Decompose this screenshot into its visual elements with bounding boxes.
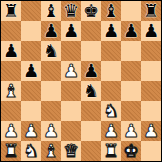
piece-white-rook[interactable]: ♜ xyxy=(103,141,119,161)
square-h6[interactable] xyxy=(141,41,161,61)
piece-white-pawn[interactable]: ♟ xyxy=(143,121,159,141)
square-a8[interactable]: ♜ xyxy=(1,1,21,21)
square-e7[interactable] xyxy=(81,21,101,41)
square-g8[interactable] xyxy=(121,1,141,21)
square-b3[interactable] xyxy=(21,101,41,121)
square-d5[interactable]: ♟ xyxy=(61,61,81,81)
square-c3[interactable] xyxy=(41,101,61,121)
piece-black-pawn[interactable]: ♟ xyxy=(123,21,139,41)
piece-black-pawn[interactable]: ♟ xyxy=(3,41,19,61)
square-b8[interactable] xyxy=(21,1,41,21)
square-a5[interactable] xyxy=(1,61,21,81)
square-c7[interactable]: ♟ xyxy=(41,21,61,41)
piece-white-king[interactable]: ♚ xyxy=(123,141,139,161)
square-g3[interactable] xyxy=(121,101,141,121)
square-d6[interactable] xyxy=(61,41,81,61)
square-f1[interactable]: ♜ xyxy=(101,141,121,161)
piece-black-pawn[interactable]: ♟ xyxy=(43,21,59,41)
square-c8[interactable]: ♝ xyxy=(41,1,61,21)
piece-black-knight[interactable]: ♞ xyxy=(43,41,59,61)
square-g4[interactable] xyxy=(121,81,141,101)
piece-black-bishop[interactable]: ♝ xyxy=(43,1,59,21)
square-e2[interactable] xyxy=(81,121,101,141)
square-a1[interactable]: ♜ xyxy=(1,141,21,161)
square-b4[interactable] xyxy=(21,81,41,101)
square-f2[interactable]: ♟ xyxy=(101,121,121,141)
square-g5[interactable] xyxy=(121,61,141,81)
square-d2[interactable] xyxy=(61,121,81,141)
square-d3[interactable] xyxy=(61,101,81,121)
piece-white-pawn[interactable]: ♟ xyxy=(43,121,59,141)
piece-white-pawn[interactable]: ♟ xyxy=(23,121,39,141)
square-a3[interactable] xyxy=(1,101,21,121)
piece-white-knight[interactable]: ♞ xyxy=(23,141,39,161)
square-f6[interactable] xyxy=(101,41,121,61)
square-c4[interactable] xyxy=(41,81,61,101)
piece-black-pawn[interactable]: ♟ xyxy=(103,21,119,41)
square-a4[interactable]: ♝ xyxy=(1,81,21,101)
square-b7[interactable] xyxy=(21,21,41,41)
square-h3[interactable] xyxy=(141,101,161,121)
square-a2[interactable]: ♟ xyxy=(1,121,21,141)
square-e6[interactable] xyxy=(81,41,101,61)
piece-white-pawn[interactable]: ♟ xyxy=(123,121,139,141)
square-e5[interactable]: ♟ xyxy=(81,61,101,81)
square-h7[interactable]: ♟ xyxy=(141,21,161,41)
piece-black-pawn[interactable]: ♟ xyxy=(143,21,159,41)
piece-white-knight[interactable]: ♞ xyxy=(103,101,119,121)
square-f5[interactable] xyxy=(101,61,121,81)
square-c1[interactable]: ♝ xyxy=(41,141,61,161)
piece-black-pawn[interactable]: ♟ xyxy=(83,61,99,81)
square-g2[interactable]: ♟ xyxy=(121,121,141,141)
square-c2[interactable]: ♟ xyxy=(41,121,61,141)
square-e4[interactable]: ♞ xyxy=(81,81,101,101)
square-b6[interactable] xyxy=(21,41,41,61)
square-f7[interactable]: ♟ xyxy=(101,21,121,41)
square-g6[interactable] xyxy=(121,41,141,61)
piece-black-knight[interactable]: ♞ xyxy=(83,81,99,101)
piece-white-pawn[interactable]: ♟ xyxy=(63,61,79,81)
square-e3[interactable] xyxy=(81,101,101,121)
square-b2[interactable]: ♟ xyxy=(21,121,41,141)
piece-white-pawn[interactable]: ♟ xyxy=(103,121,119,141)
square-d4[interactable] xyxy=(61,81,81,101)
square-f4[interactable] xyxy=(101,81,121,101)
square-h8[interactable]: ♜ xyxy=(141,1,161,21)
piece-white-bishop[interactable]: ♝ xyxy=(43,141,59,161)
piece-black-rook[interactable]: ♜ xyxy=(143,1,159,21)
square-d8[interactable]: ♛ xyxy=(61,1,81,21)
square-e1[interactable] xyxy=(81,141,101,161)
square-c5[interactable] xyxy=(41,61,61,81)
square-f3[interactable]: ♞ xyxy=(101,101,121,121)
piece-white-rook[interactable]: ♜ xyxy=(3,141,19,161)
square-h1[interactable] xyxy=(141,141,161,161)
square-h5[interactable] xyxy=(141,61,161,81)
piece-white-bishop[interactable]: ♝ xyxy=(3,81,19,101)
piece-black-queen[interactable]: ♛ xyxy=(63,1,79,21)
square-h4[interactable] xyxy=(141,81,161,101)
chess-board: ♜♝♛♚♝♜♟♟♟♟♟♟♞♟♟♟♝♞♞♟♟♟♟♟♟♜♞♝♛♜♚ xyxy=(1,1,161,161)
square-b1[interactable]: ♞ xyxy=(21,141,41,161)
square-g1[interactable]: ♚ xyxy=(121,141,141,161)
square-b5[interactable]: ♟ xyxy=(21,61,41,81)
square-f8[interactable]: ♝ xyxy=(101,1,121,21)
piece-white-pawn[interactable]: ♟ xyxy=(3,121,19,141)
square-g7[interactable]: ♟ xyxy=(121,21,141,41)
square-d7[interactable]: ♟ xyxy=(61,21,81,41)
square-d1[interactable]: ♛ xyxy=(61,141,81,161)
piece-black-pawn[interactable]: ♟ xyxy=(23,61,39,81)
piece-black-king[interactable]: ♚ xyxy=(83,1,99,21)
square-c6[interactable]: ♞ xyxy=(41,41,61,61)
square-a6[interactable]: ♟ xyxy=(1,41,21,61)
piece-black-pawn[interactable]: ♟ xyxy=(63,21,79,41)
square-h2[interactable]: ♟ xyxy=(141,121,161,141)
square-e8[interactable]: ♚ xyxy=(81,1,101,21)
piece-black-rook[interactable]: ♜ xyxy=(3,1,19,21)
piece-black-bishop[interactable]: ♝ xyxy=(103,1,119,21)
piece-white-queen[interactable]: ♛ xyxy=(63,141,79,161)
square-a7[interactable] xyxy=(1,21,21,41)
chess-board-frame: ♜♝♛♚♝♜♟♟♟♟♟♟♞♟♟♟♝♞♞♟♟♟♟♟♟♜♞♝♛♜♚ xyxy=(0,0,162,162)
